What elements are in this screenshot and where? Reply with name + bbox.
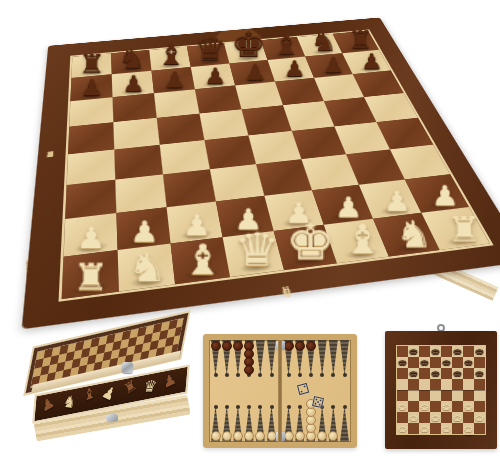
light-checker-piece: ⛀	[419, 423, 430, 434]
box-latch-icon	[122, 362, 133, 373]
checkers-square: ⛀	[430, 412, 441, 423]
chess-board: ♜♞♝♛♚♝♞♜♟♟♟♟♟♟♟♟♟♟♟♟♟♟♟♟♜♞♝♛♚♝♞♜ abcdefg…	[22, 17, 500, 329]
light-checker-piece: ⛀	[441, 423, 452, 434]
square-h4	[376, 118, 433, 150]
black-rook-piece: ♜	[72, 51, 112, 76]
black-bishop-piece: ♝	[152, 40, 191, 69]
square-b5	[113, 118, 159, 150]
checkers-square	[419, 379, 430, 390]
checkers-square: ⛂	[474, 346, 485, 357]
chess-grid: ♜♞♝♛♚♝♞♜♟♟♟♟♟♟♟♟♟♟♟♟♟♟♟♟♜♞♝♛♚♝♞♜	[59, 30, 494, 302]
rank-label: 6	[46, 151, 54, 159]
point-tip-dot	[214, 373, 218, 377]
white-rook-piece: ♜	[62, 258, 119, 295]
point-tip-dot	[270, 405, 274, 409]
checkers-square: ⛀	[452, 412, 463, 423]
point-tip-dot	[225, 373, 229, 377]
dark-checker-piece: ⛂	[474, 346, 485, 357]
dark-checker-piece: ⛂	[430, 346, 441, 357]
dark-piece-in-box: ♝	[82, 385, 96, 405]
point-tip-dot	[236, 405, 240, 409]
backgammon-light-checker	[284, 431, 294, 441]
white-pawn-piece: ♟	[118, 218, 171, 247]
point-tip-dot	[298, 405, 302, 409]
black-pawn-piece: ♟	[235, 62, 275, 84]
square-b2: ♟	[116, 207, 170, 250]
black-bishop-piece: ♝	[267, 30, 305, 58]
rank-label: 1	[46, 151, 54, 159]
checkers-square	[463, 346, 474, 357]
checkers-square: ⛂	[463, 357, 474, 368]
dark-checker-piece: ⛂	[452, 368, 463, 379]
chess-board-scene: ♜♞♝♛♚♝♞♜♟♟♟♟♟♟♟♟♟♟♟♟♟♟♟♟♜♞♝♛♚♝♞♜ abcdefg…	[0, 0, 500, 330]
checkers-square: ⛂	[408, 368, 419, 379]
backgammon-point-top	[329, 340, 338, 376]
point-tip-dot	[225, 405, 229, 409]
square-a5	[68, 122, 114, 154]
rank-label: 4	[46, 151, 54, 159]
white-bishop-piece: ♝	[336, 220, 390, 260]
checkers-square: ⛂	[419, 357, 430, 368]
product-photo: ♜♞♝♛♚♝♞♜♟♟♟♟♟♟♟♟♟♟♟♟♟♟♟♟♜♞♝♛♚♝♞♜ abcdefg…	[0, 0, 500, 456]
checkers-square	[419, 390, 430, 401]
checkers-square	[430, 401, 441, 412]
checkers-thumbnail: ⛂⛂⛂⛂⛂⛂⛂⛂⛂⛂⛂⛂⛀⛀⛀⛀⛀⛀⛀⛀⛀⛀⛀⛀	[385, 324, 497, 456]
white-knight-piece: ♞	[119, 249, 175, 288]
black-pawn-piece: ♟	[71, 77, 113, 100]
square-d4	[204, 135, 256, 169]
checkers-square: ⛀	[408, 412, 419, 423]
light-piece-in-box: ♞	[61, 394, 79, 411]
square-b6	[113, 93, 157, 122]
black-pawn-piece: ♟	[313, 54, 353, 76]
square-c7: ♟	[152, 67, 195, 93]
checkers-square	[397, 412, 408, 423]
light-checker-piece: ⛀	[474, 412, 485, 423]
light-checker-piece: ⛀	[463, 423, 474, 434]
checkers-square	[408, 357, 419, 368]
checkers-square	[452, 423, 463, 434]
light-checker-piece: ⛀	[397, 423, 408, 434]
checkers-square: ⛀	[463, 401, 474, 412]
black-queen-piece: ♛	[191, 33, 230, 65]
black-pawn-piece: ♟	[154, 69, 195, 91]
square-h3	[390, 145, 450, 180]
rank-labels: 87654321	[35, 57, 54, 300]
checkers-square	[452, 401, 463, 412]
checkers-square	[408, 423, 419, 434]
light-checker-piece: ⛀	[430, 412, 441, 423]
checkers-square	[463, 412, 474, 423]
dark-piece-in-box: ♜	[122, 377, 139, 398]
square-a7: ♟	[70, 74, 112, 101]
square-e7: ♟	[229, 60, 275, 85]
checkers-square	[441, 346, 452, 357]
checkers-square	[397, 368, 408, 379]
checkers-square: ⛀	[397, 423, 408, 434]
black-pawn-piece: ♟	[352, 51, 392, 72]
point-tip-dot	[270, 373, 274, 377]
point-tip-dot	[331, 405, 335, 409]
checkers-square: ⛀	[419, 401, 430, 412]
checkers-square: ⛀	[474, 412, 485, 423]
black-pawn-piece: ♟	[195, 65, 236, 87]
white-rook-piece: ♜	[438, 212, 491, 246]
dark-checker-piece: ⛂	[408, 368, 419, 379]
point-tip-dot	[298, 373, 302, 377]
square-a4	[67, 150, 116, 185]
checkers-square: ⛀	[397, 401, 408, 412]
checkers-square: ⛂	[430, 346, 441, 357]
point-tip-dot	[214, 405, 218, 409]
checkers-square: ⛀	[463, 423, 474, 434]
point-tip-dot	[287, 405, 291, 409]
point-tip-dot	[258, 373, 262, 377]
light-checker-piece: ⛀	[419, 401, 430, 412]
rank-label: 5	[46, 151, 54, 159]
checkers-square: ⛀	[419, 423, 430, 434]
backgammon-point-top	[256, 340, 265, 376]
square-c1: ♝	[171, 237, 230, 284]
backgammon-light-checker	[233, 431, 243, 441]
dark-checker-piece: ⛂	[474, 368, 485, 379]
backgammon-dark-checker	[222, 341, 232, 351]
checkers-square	[430, 357, 441, 368]
backgammon-dark-checker	[284, 341, 294, 351]
dark-checker-piece: ⛂	[419, 357, 430, 368]
checkers-square	[474, 423, 485, 434]
backgammon-point-top	[340, 340, 349, 376]
checkers-square	[463, 379, 474, 390]
point-tip-dot	[287, 373, 291, 377]
dark-checker-piece: ⛂	[441, 357, 452, 368]
checkers-square	[474, 401, 485, 412]
dark-piece-in-box: ♟	[162, 371, 178, 391]
light-checker-piece: ⛀	[463, 401, 474, 412]
white-king-piece: ♚	[283, 217, 337, 267]
checkers-square	[408, 401, 419, 412]
square-d1: ♛	[223, 231, 284, 277]
black-knight-piece: ♞	[305, 29, 343, 55]
dark-checker-piece: ⛂	[452, 346, 463, 357]
dark-checker-piece: ⛂	[397, 357, 408, 368]
light-checker-piece: ⛀	[441, 401, 452, 412]
backgammon-point-top	[318, 340, 327, 376]
rank-label: 3	[46, 151, 54, 159]
light-checker-piece: ⛀	[397, 401, 408, 412]
checkers-square: ⛂	[452, 346, 463, 357]
folded-box-thumbnail: ♟♞♝♟♜♛♟	[24, 306, 196, 454]
rank-label: 2	[46, 151, 54, 159]
point-tip-dot	[236, 373, 240, 377]
square-g4	[334, 122, 390, 154]
die-icon: ⚁	[295, 381, 310, 398]
checkers-square	[397, 390, 408, 401]
checkers-square: ⛂	[474, 368, 485, 379]
black-rook-piece: ♜	[341, 27, 379, 51]
checkers-square	[474, 357, 485, 368]
point-tip-dot	[343, 405, 347, 409]
backgammon-dark-checker	[295, 341, 305, 351]
light-checker-piece: ⛀	[452, 412, 463, 423]
backgammon-thumbnail: ⚁⚄	[203, 334, 357, 448]
checkers-square: ⛂	[430, 368, 441, 379]
checkers-square	[397, 346, 408, 357]
white-knight-piece: ♞	[387, 216, 441, 253]
checkers-square	[463, 390, 474, 401]
square-b1: ♞	[118, 244, 175, 292]
light-piece-in-box: ♟	[99, 384, 118, 404]
checkers-square	[419, 412, 430, 423]
black-pawn-piece: ♟	[113, 73, 154, 95]
checkers-square	[463, 368, 474, 379]
checkers-square: ⛂	[397, 357, 408, 368]
backgammon-hinge-seam	[278, 340, 282, 442]
checkers-fold-seam	[397, 390, 485, 391]
white-queen-piece: ♛	[230, 227, 285, 273]
point-tip-dot	[247, 405, 251, 409]
light-checker-piece: ⛀	[408, 412, 419, 423]
dark-checker-piece: ⛂	[430, 368, 441, 379]
point-tip-dot	[331, 373, 335, 377]
checkers-square	[452, 390, 463, 401]
file-label: h	[281, 286, 292, 298]
checkers-square: ⛂	[452, 368, 463, 379]
checkers-square	[419, 346, 430, 357]
black-knight-piece: ♞	[112, 46, 152, 73]
point-tip-dot	[258, 405, 262, 409]
checkers-square	[430, 390, 441, 401]
white-bishop-piece: ♝	[175, 239, 230, 280]
checkers-square	[408, 379, 419, 390]
checkers-square	[397, 379, 408, 390]
dark-checker-piece: ⛂	[463, 357, 474, 368]
checkers-square	[441, 390, 452, 401]
backgammon-dark-checker	[211, 341, 221, 351]
black-pawn-piece: ♟	[274, 58, 314, 80]
checkers-square	[441, 412, 452, 423]
point-tip-dot	[343, 373, 347, 377]
square-a2: ♟	[64, 213, 118, 257]
rank-label: 7	[46, 151, 54, 159]
dark-piece-in-box: ♟	[40, 394, 57, 415]
white-pawn-piece: ♟	[420, 182, 470, 209]
checkers-square: ⛂	[441, 357, 452, 368]
checkers-square	[452, 379, 463, 390]
point-tip-dot	[320, 373, 324, 377]
rank-label: 8	[46, 151, 54, 159]
backgammon-dark-checker	[244, 365, 254, 375]
checkers-square	[441, 379, 452, 390]
backgammon-light-checker	[222, 431, 232, 441]
backgammon-point-top	[267, 340, 276, 376]
backgammon-point-bottom	[340, 406, 349, 442]
black-king-piece: ♚	[229, 27, 268, 62]
backgammon-light-checker	[211, 431, 221, 441]
backgammon-light-checker	[295, 431, 305, 441]
square-a1: ♜	[62, 250, 119, 299]
checkers-board: ⛂⛂⛂⛂⛂⛂⛂⛂⛂⛂⛂⛂⛀⛀⛀⛀⛀⛀⛀⛀⛀⛀⛀⛀	[385, 331, 497, 449]
checkers-square	[430, 423, 441, 434]
checkers-square	[419, 368, 430, 379]
dark-checker-piece: ⛂	[408, 346, 419, 357]
checkers-square: ⛀	[441, 423, 452, 434]
checkers-square	[474, 379, 485, 390]
white-pawn-piece: ♟	[64, 224, 118, 253]
checkers-square: ⛂	[408, 346, 419, 357]
light-piece-in-box: ♛	[142, 379, 159, 395]
point-tip-dot	[309, 373, 313, 377]
checkers-square	[408, 390, 419, 401]
checkers-square: ⛀	[441, 401, 452, 412]
backgammon-dark-checker	[233, 341, 243, 351]
square-d7: ♟	[191, 64, 235, 90]
checkers-square	[441, 368, 452, 379]
checkers-square	[474, 390, 485, 401]
checkers-square	[430, 379, 441, 390]
square-f5	[283, 101, 334, 131]
backgammon-dark-checker	[306, 341, 316, 351]
checkers-square	[452, 357, 463, 368]
square-b7: ♟	[112, 71, 154, 98]
